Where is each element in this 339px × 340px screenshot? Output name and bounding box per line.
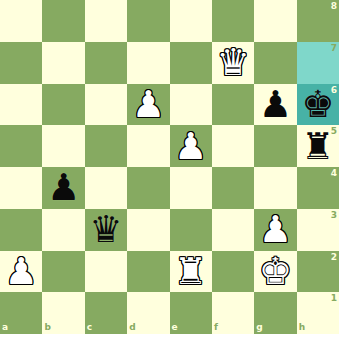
square-a4[interactable] — [0, 167, 42, 209]
square-f8[interactable] — [212, 0, 254, 42]
rank-label-2: 2 — [331, 253, 337, 262]
square-g6[interactable]: ♟ — [254, 84, 296, 126]
square-f5[interactable] — [212, 125, 254, 167]
square-d8[interactable] — [127, 0, 169, 42]
square-g4[interactable] — [254, 167, 296, 209]
square-g8[interactable] — [254, 0, 296, 42]
rank-label-3: 3 — [331, 211, 337, 220]
square-b7[interactable] — [42, 42, 84, 84]
piece-white-queen-f7[interactable]: ♛ — [212, 42, 254, 84]
square-d3[interactable] — [127, 209, 169, 251]
square-d2[interactable] — [127, 251, 169, 293]
square-d5[interactable] — [127, 125, 169, 167]
square-a2[interactable]: ♟ — [0, 251, 42, 293]
square-b2[interactable] — [42, 251, 84, 293]
square-b1[interactable]: b — [42, 292, 84, 334]
file-label-d: d — [129, 323, 135, 332]
square-a7[interactable] — [0, 42, 42, 84]
piece-black-king-h6[interactable]: ♚ — [297, 84, 339, 126]
square-f7[interactable]: ♛ — [212, 42, 254, 84]
square-b4[interactable]: ♟ — [42, 167, 84, 209]
piece-black-queen-c3[interactable]: ♛ — [85, 209, 127, 251]
square-f3[interactable] — [212, 209, 254, 251]
square-h6[interactable]: ♚6 — [297, 84, 339, 126]
square-h1[interactable]: 1h — [297, 292, 339, 334]
square-b6[interactable] — [42, 84, 84, 126]
square-g5[interactable] — [254, 125, 296, 167]
chess-board: 8♛7♟♟♚6♟♜5♟4♛♟3♟♜♚2abcdefg1h — [0, 0, 339, 334]
square-d4[interactable] — [127, 167, 169, 209]
square-c2[interactable] — [85, 251, 127, 293]
chess-puzzle-page: 8♛7♟♟♚6♟♜5♟4♛♟3♟♜♚2abcdefg1h — [0, 0, 339, 340]
square-b3[interactable] — [42, 209, 84, 251]
piece-white-pawn-d6[interactable]: ♟ — [127, 84, 169, 126]
rank-label-8: 8 — [331, 2, 337, 11]
piece-black-pawn-b4[interactable]: ♟ — [42, 167, 84, 209]
square-c4[interactable] — [85, 167, 127, 209]
file-label-a: a — [2, 323, 8, 332]
square-f4[interactable] — [212, 167, 254, 209]
piece-white-pawn-e5[interactable]: ♟ — [170, 125, 212, 167]
square-a5[interactable] — [0, 125, 42, 167]
square-e6[interactable] — [170, 84, 212, 126]
square-c3[interactable]: ♛ — [85, 209, 127, 251]
square-g7[interactable] — [254, 42, 296, 84]
square-g3[interactable]: ♟ — [254, 209, 296, 251]
file-label-c: c — [87, 323, 92, 332]
square-h5[interactable]: ♜5 — [297, 125, 339, 167]
square-c8[interactable] — [85, 0, 127, 42]
square-e1[interactable]: e — [170, 292, 212, 334]
square-e4[interactable] — [170, 167, 212, 209]
piece-white-rook-e2[interactable]: ♜ — [170, 251, 212, 293]
square-h8[interactable]: 8 — [297, 0, 339, 42]
square-h7[interactable]: 7 — [297, 42, 339, 84]
square-a8[interactable] — [0, 0, 42, 42]
rank-label-1: 1 — [331, 294, 337, 303]
file-label-h: h — [299, 323, 305, 332]
square-g1[interactable]: g — [254, 292, 296, 334]
square-a3[interactable] — [0, 209, 42, 251]
square-g2[interactable]: ♚ — [254, 251, 296, 293]
board-bottom-margin — [0, 334, 339, 340]
square-h3[interactable]: 3 — [297, 209, 339, 251]
square-e8[interactable] — [170, 0, 212, 42]
file-label-g: g — [256, 323, 262, 332]
square-e3[interactable] — [170, 209, 212, 251]
square-b5[interactable] — [42, 125, 84, 167]
square-a6[interactable] — [0, 84, 42, 126]
square-d7[interactable] — [127, 42, 169, 84]
square-e5[interactable]: ♟ — [170, 125, 212, 167]
square-d6[interactable]: ♟ — [127, 84, 169, 126]
square-f1[interactable]: f — [212, 292, 254, 334]
piece-white-king-g2[interactable]: ♚ — [254, 251, 296, 293]
square-c5[interactable] — [85, 125, 127, 167]
square-c6[interactable] — [85, 84, 127, 126]
square-e7[interactable] — [170, 42, 212, 84]
piece-white-pawn-g3[interactable]: ♟ — [254, 209, 296, 251]
square-c7[interactable] — [85, 42, 127, 84]
rank-label-7: 7 — [331, 44, 337, 53]
square-e2[interactable]: ♜ — [170, 251, 212, 293]
piece-white-pawn-a2[interactable]: ♟ — [0, 251, 42, 293]
square-d1[interactable]: d — [127, 292, 169, 334]
square-h4[interactable]: 4 — [297, 167, 339, 209]
square-f2[interactable] — [212, 251, 254, 293]
square-f6[interactable] — [212, 84, 254, 126]
square-h2[interactable]: 2 — [297, 251, 339, 293]
file-label-b: b — [44, 323, 50, 332]
piece-black-pawn-g6[interactable]: ♟ — [254, 84, 296, 126]
square-c1[interactable]: c — [85, 292, 127, 334]
square-a1[interactable]: a — [0, 292, 42, 334]
piece-black-rook-h5[interactable]: ♜ — [297, 125, 339, 167]
file-label-e: e — [172, 323, 178, 332]
file-label-f: f — [214, 323, 218, 332]
rank-label-4: 4 — [331, 169, 337, 178]
square-b8[interactable] — [42, 0, 84, 42]
